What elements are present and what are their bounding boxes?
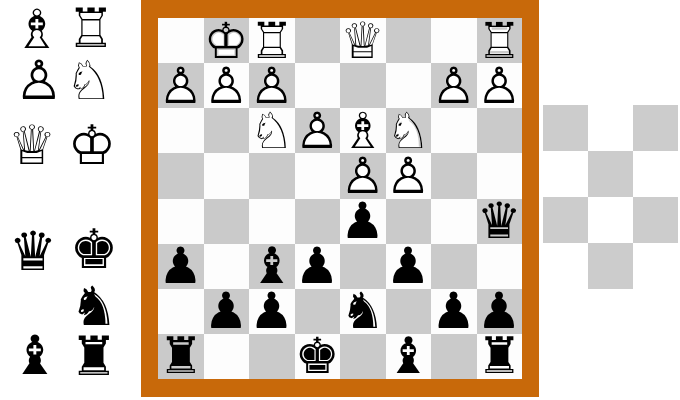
- black-bishop-icon: ♝: [7, 328, 63, 384]
- black-pawn-piece[interactable]: ♟: [295, 244, 341, 289]
- black-pawn-piece[interactable]: ♟: [204, 289, 250, 334]
- white-queen-icon: ♕: [340, 18, 386, 63]
- board-square[interactable]: ♟♙: [204, 63, 250, 108]
- board-square[interactable]: [158, 108, 204, 153]
- white-pawn-icon: ♙: [11, 53, 67, 109]
- board-square[interactable]: ♟♙: [295, 108, 341, 153]
- white-pawn-icon: ♙: [295, 108, 341, 153]
- board-square[interactable]: ♛♕: [340, 18, 386, 63]
- board-square[interactable]: ♜: [477, 334, 523, 379]
- black-pawn-piece[interactable]: ♟: [386, 244, 432, 289]
- fragment-square: [543, 151, 588, 197]
- white-pawn-piece[interactable]: ♟♙: [295, 108, 341, 153]
- black-bishop-icon: ♝: [386, 334, 432, 379]
- white-pawn-piece[interactable]: ♟♙: [431, 63, 477, 108]
- fragment-square: [543, 105, 588, 151]
- white-knight-icon: ♘: [249, 108, 295, 153]
- white-pawn-icon: ♙: [431, 63, 477, 108]
- board-square[interactable]: ♛: [477, 199, 523, 244]
- board-frame: ♚♔♜♖♛♕♜♖♟♙♟♙♟♙♟♙♟♙♞♘♟♙♝♗♞♘♟♙♟♙♟♛♟♝♟♟♟♟♞♟…: [141, 0, 539, 397]
- board-square[interactable]: [204, 199, 250, 244]
- board-square[interactable]: ♟: [386, 244, 432, 289]
- board-square[interactable]: [295, 18, 341, 63]
- board-square[interactable]: [204, 108, 250, 153]
- white-pawn-icon: ♙: [158, 63, 204, 108]
- palette-white-pawn[interactable]: ♟ ♙: [11, 53, 67, 109]
- fragment-square: [588, 151, 633, 197]
- black-knight-piece[interactable]: ♞: [340, 289, 386, 334]
- board-square[interactable]: ♟♙: [431, 63, 477, 108]
- fragment-square: [633, 197, 678, 243]
- board-square[interactable]: ♞: [340, 289, 386, 334]
- black-bishop-piece[interactable]: ♝: [386, 334, 432, 379]
- board-square[interactable]: [249, 153, 295, 198]
- white-king-icon: ♔: [64, 118, 120, 174]
- palette-white-queen[interactable]: ♛ ♕: [4, 118, 60, 174]
- board-square[interactable]: ♟♙: [477, 63, 523, 108]
- board-square[interactable]: ♞♘: [249, 108, 295, 153]
- palette-white-knight[interactable]: ♞ ♘: [61, 53, 117, 109]
- chess-board: ♚♔♜♖♛♕♜♖♟♙♟♙♟♙♟♙♟♙♞♘♟♙♝♗♞♘♟♙♟♙♟♛♟♝♟♟♟♟♞♟…: [158, 18, 522, 379]
- board-square[interactable]: [158, 153, 204, 198]
- board-square[interactable]: ♝: [386, 334, 432, 379]
- board-square[interactable]: ♜: [158, 334, 204, 379]
- board-square[interactable]: [204, 153, 250, 198]
- board-square[interactable]: ♟♙: [386, 153, 432, 198]
- fragment-square: [588, 243, 633, 289]
- black-pawn-piece[interactable]: ♟: [431, 289, 477, 334]
- board-square[interactable]: ♟: [204, 289, 250, 334]
- white-pawn-piece[interactable]: ♟♙: [477, 63, 523, 108]
- board-square[interactable]: [340, 334, 386, 379]
- black-queen-icon: ♛: [477, 199, 523, 244]
- board-square[interactable]: [477, 108, 523, 153]
- fragment-square: [633, 151, 678, 197]
- partial-board-fragment: [543, 105, 678, 289]
- fragment-square: [588, 105, 633, 151]
- black-rook-icon: ♜: [158, 334, 204, 379]
- board-square[interactable]: ♟: [295, 244, 341, 289]
- board-square[interactable]: [249, 334, 295, 379]
- palette-black-king[interactable]: ♚: [66, 222, 122, 278]
- palette-black-bishop[interactable]: ♝: [7, 328, 63, 384]
- white-knight-icon: ♘: [61, 53, 117, 109]
- board-square[interactable]: ♟: [431, 289, 477, 334]
- black-queen-icon: ♛: [5, 224, 61, 280]
- fragment-square: [633, 105, 678, 151]
- palette-black-queen[interactable]: ♛: [5, 224, 61, 280]
- palette-black-rook[interactable]: ♜: [66, 329, 122, 385]
- black-queen-piece[interactable]: ♛: [477, 199, 523, 244]
- black-pawn-piece[interactable]: ♟: [340, 199, 386, 244]
- black-pawn-icon: ♟: [386, 244, 432, 289]
- fragment-square: [588, 197, 633, 243]
- black-pawn-piece[interactable]: ♟: [249, 289, 295, 334]
- black-pawn-icon: ♟: [340, 199, 386, 244]
- black-knight-icon: ♞: [340, 289, 386, 334]
- white-knight-piece[interactable]: ♞♘: [249, 108, 295, 153]
- black-rook-piece[interactable]: ♜: [477, 334, 523, 379]
- black-king-icon: ♚: [66, 222, 122, 278]
- black-pawn-icon: ♟: [249, 289, 295, 334]
- white-pawn-icon: ♙: [386, 153, 432, 198]
- board-square[interactable]: [431, 153, 477, 198]
- white-pawn-icon: ♙: [477, 63, 523, 108]
- board-square[interactable]: [431, 108, 477, 153]
- position-editor-canvas: ♝ ♗ ♜ ♖ ♟ ♙ ♞ ♘ ♛ ♕ ♚ ♔ ♛ ♚ ♞: [0, 0, 680, 400]
- board-square[interactable]: ♟: [249, 289, 295, 334]
- white-pawn-icon: ♙: [204, 63, 250, 108]
- black-king-icon: ♚: [295, 334, 341, 379]
- black-king-piece[interactable]: ♚: [295, 334, 341, 379]
- board-square[interactable]: ♟♙: [158, 63, 204, 108]
- white-pawn-piece[interactable]: ♟♙: [158, 63, 204, 108]
- fragment-square: [543, 197, 588, 243]
- board-square[interactable]: [295, 153, 341, 198]
- black-rook-icon: ♜: [66, 329, 122, 385]
- palette-white-king[interactable]: ♚ ♔: [64, 118, 120, 174]
- fragment-square: [543, 243, 588, 289]
- board-square[interactable]: [386, 18, 432, 63]
- black-pawn-piece[interactable]: ♟: [158, 244, 204, 289]
- black-pawn-icon: ♟: [158, 244, 204, 289]
- white-queen-icon: ♕: [4, 118, 60, 174]
- white-queen-piece[interactable]: ♛♕: [340, 18, 386, 63]
- black-rook-icon: ♜: [477, 334, 523, 379]
- board-square[interactable]: [204, 334, 250, 379]
- black-pawn-icon: ♟: [431, 289, 477, 334]
- board-square[interactable]: [431, 334, 477, 379]
- white-pawn-piece[interactable]: ♟♙: [204, 63, 250, 108]
- fragment-square: [633, 243, 678, 289]
- black-pawn-icon: ♟: [295, 244, 341, 289]
- black-rook-piece[interactable]: ♜: [158, 334, 204, 379]
- board-square[interactable]: [431, 199, 477, 244]
- board-square[interactable]: ♟: [340, 199, 386, 244]
- white-pawn-piece[interactable]: ♟♙: [386, 153, 432, 198]
- board-square[interactable]: ♟: [158, 244, 204, 289]
- board-square[interactable]: ♚: [295, 334, 341, 379]
- black-pawn-icon: ♟: [204, 289, 250, 334]
